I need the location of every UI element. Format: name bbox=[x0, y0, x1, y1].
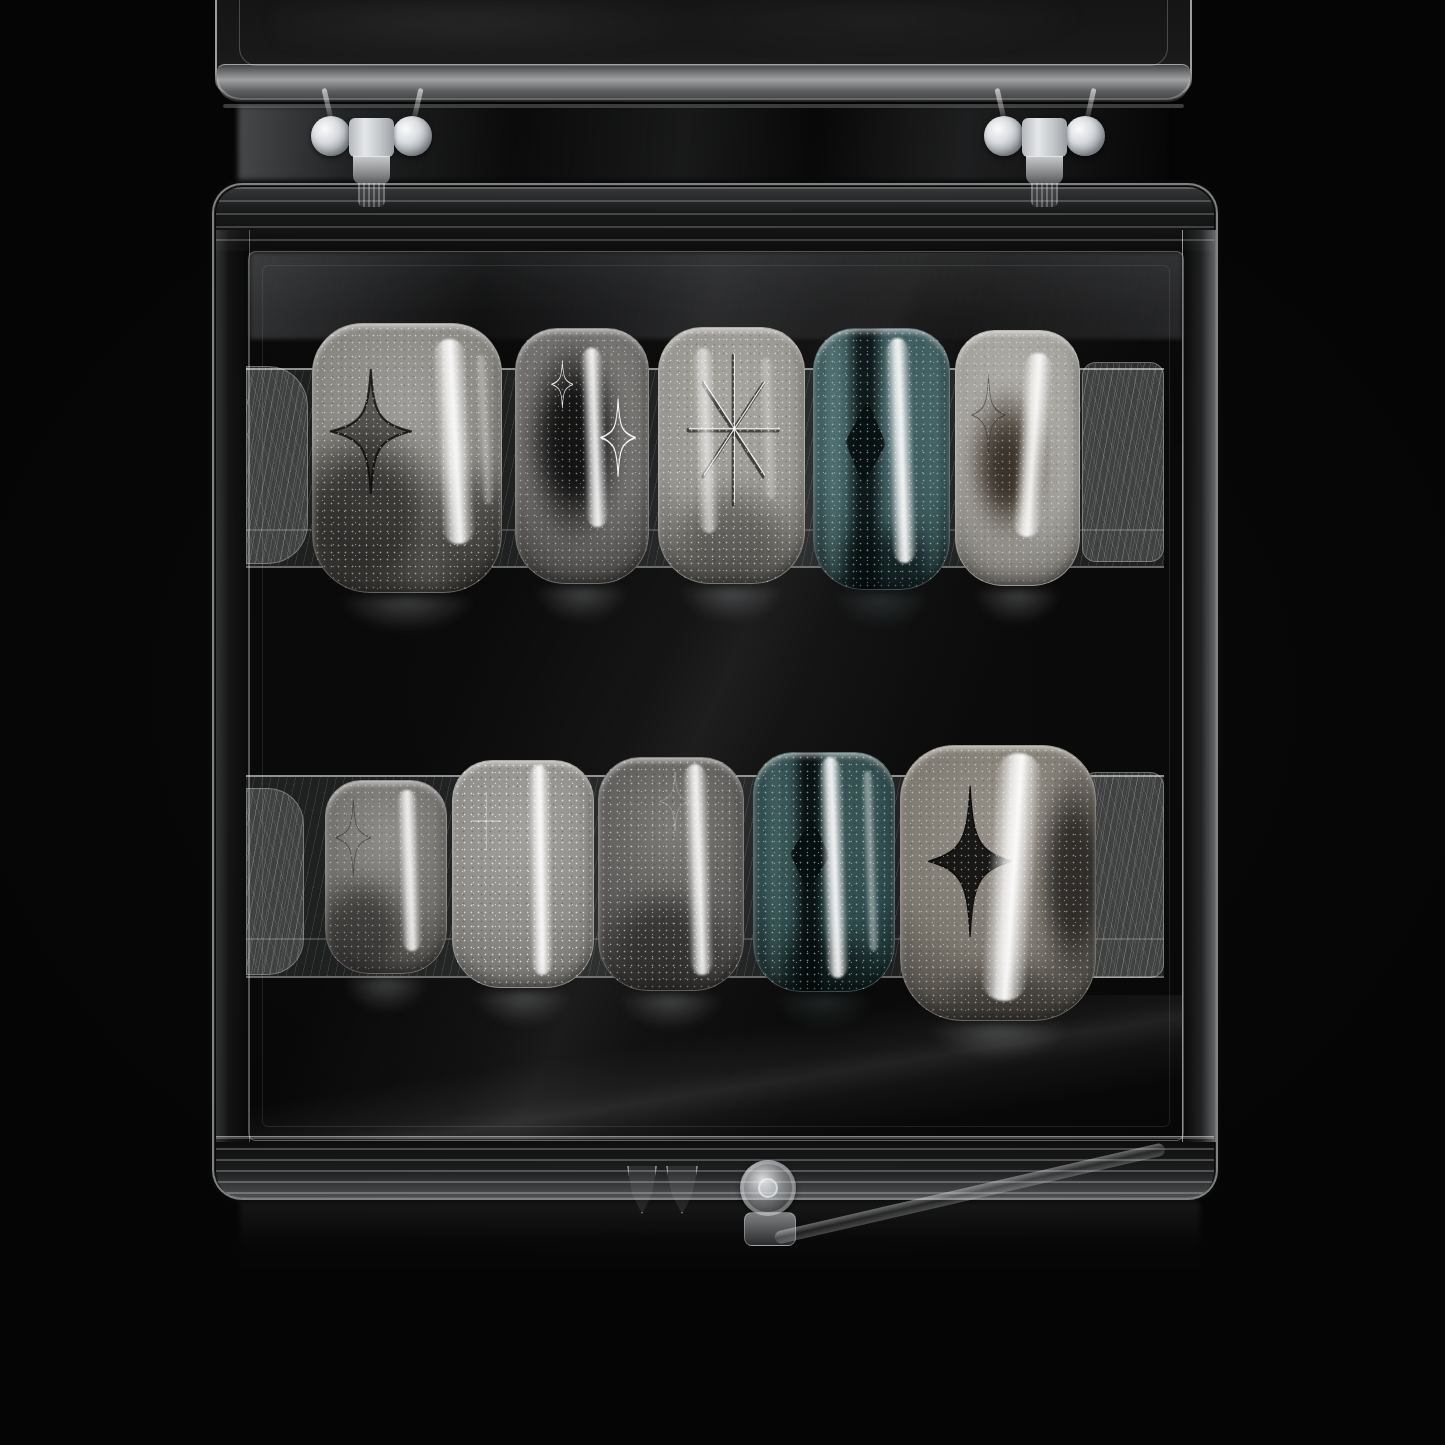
nail-rim-light bbox=[598, 757, 744, 991]
clasp-button-center bbox=[758, 1178, 778, 1198]
nail-row-1-4 bbox=[813, 328, 950, 590]
nail-rim-light bbox=[312, 323, 502, 593]
nail-reflection-ghost bbox=[961, 590, 1074, 662]
photo-scene: Overhead studio photo on a black backgro… bbox=[0, 0, 1445, 1445]
nail-row-1-5 bbox=[955, 330, 1080, 586]
nail-row-2-5 bbox=[900, 745, 1096, 1021]
nail-reflection-ghost bbox=[819, 594, 944, 666]
nail-row-1-2 bbox=[515, 328, 649, 584]
nail-reflection-ghost bbox=[458, 992, 588, 1064]
nail-row-2-1 bbox=[325, 780, 447, 974]
nail-rim-light bbox=[658, 327, 805, 584]
nail-reflection-ghost bbox=[331, 978, 441, 1050]
nail-reflection-ghost bbox=[759, 996, 889, 1068]
nail-row-2-3 bbox=[598, 757, 744, 991]
nail-row-1-1 bbox=[312, 323, 502, 593]
nail-rim-light bbox=[515, 328, 649, 584]
nail-row-1-3 bbox=[658, 327, 805, 584]
case-floor-reflection bbox=[240, 1202, 1200, 1288]
nail-rim-light bbox=[325, 780, 447, 974]
nail-row-2-4 bbox=[753, 752, 895, 992]
nail-rim-light bbox=[813, 328, 950, 590]
nail-rim-light bbox=[452, 760, 594, 988]
nail-reflection-ghost bbox=[521, 588, 643, 660]
nail-row-2-2 bbox=[452, 760, 594, 988]
nail-rim-light bbox=[900, 745, 1096, 1021]
nail-rim-light bbox=[753, 752, 895, 992]
nail-reflection-ghost bbox=[664, 588, 799, 660]
nail-reflection-ghost bbox=[318, 597, 496, 669]
nail-reflection-ghost bbox=[604, 995, 738, 1067]
nail-reflection-ghost bbox=[906, 1025, 1090, 1097]
nail-rim-light bbox=[955, 330, 1080, 586]
